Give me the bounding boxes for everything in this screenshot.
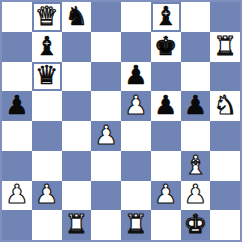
square-f7[interactable]: ♚ <box>151 32 181 62</box>
square-e4[interactable] <box>121 121 151 151</box>
square-h6[interactable] <box>210 62 240 92</box>
black-knight[interactable]: ♞ <box>65 3 88 29</box>
square-d2[interactable] <box>91 181 121 211</box>
square-g7[interactable] <box>181 32 211 62</box>
square-d3[interactable] <box>91 151 121 181</box>
square-g4[interactable] <box>181 121 211 151</box>
square-f2[interactable]: ♟ <box>151 181 181 211</box>
white-pawn[interactable]: ♟ <box>5 181 28 207</box>
square-a3[interactable] <box>2 151 32 181</box>
square-a4[interactable] <box>2 121 32 151</box>
square-h1[interactable] <box>210 210 240 240</box>
square-d7[interactable] <box>91 32 121 62</box>
square-c1[interactable]: ♜ <box>62 210 92 240</box>
black-pawn[interactable]: ♟ <box>154 92 177 118</box>
square-e2[interactable] <box>121 181 151 211</box>
square-a5[interactable]: ♟ <box>2 91 32 121</box>
square-e8[interactable] <box>121 2 151 32</box>
chess-board: ♛♞♝♝♚♜♛♟♟♟♟♟♞♟♝♟♟♟♟♜♜♚ <box>0 0 242 242</box>
square-b7[interactable]: ♝ <box>32 32 62 62</box>
black-bishop[interactable]: ♝ <box>35 33 58 59</box>
square-e5[interactable]: ♟ <box>121 91 151 121</box>
white-bishop[interactable]: ♝ <box>184 152 207 178</box>
square-d6[interactable] <box>91 62 121 92</box>
black-pawn[interactable]: ♟ <box>184 92 207 118</box>
square-b3[interactable] <box>32 151 62 181</box>
square-h4[interactable] <box>210 121 240 151</box>
square-g5[interactable]: ♟ <box>181 91 211 121</box>
square-b6[interactable]: ♛ <box>32 62 62 92</box>
square-d8[interactable] <box>91 2 121 32</box>
white-rook[interactable]: ♜ <box>213 33 236 59</box>
square-h2[interactable] <box>210 181 240 211</box>
square-h3[interactable] <box>210 151 240 181</box>
square-c2[interactable] <box>62 181 92 211</box>
black-pawn[interactable]: ♟ <box>5 92 28 118</box>
square-a7[interactable] <box>2 32 32 62</box>
white-queen[interactable]: ♛ <box>35 3 58 29</box>
square-a2[interactable]: ♟ <box>2 181 32 211</box>
white-knight[interactable]: ♞ <box>213 92 236 118</box>
square-f1[interactable] <box>151 210 181 240</box>
square-f6[interactable] <box>151 62 181 92</box>
square-c7[interactable] <box>62 32 92 62</box>
square-c4[interactable] <box>62 121 92 151</box>
square-f4[interactable] <box>151 121 181 151</box>
white-pawn[interactable]: ♟ <box>184 181 207 207</box>
square-a6[interactable] <box>2 62 32 92</box>
square-g1[interactable]: ♚ <box>181 210 211 240</box>
square-b4[interactable] <box>32 121 62 151</box>
square-g6[interactable] <box>181 62 211 92</box>
square-b2[interactable]: ♟ <box>32 181 62 211</box>
white-rook[interactable]: ♜ <box>124 211 147 237</box>
square-c6[interactable] <box>62 62 92 92</box>
square-e3[interactable] <box>121 151 151 181</box>
square-e6[interactable]: ♟ <box>121 62 151 92</box>
square-d5[interactable] <box>91 91 121 121</box>
square-b8[interactable]: ♛ <box>32 2 62 32</box>
square-h7[interactable]: ♜ <box>210 32 240 62</box>
white-pawn[interactable]: ♟ <box>154 181 177 207</box>
square-c5[interactable] <box>62 91 92 121</box>
square-b5[interactable] <box>32 91 62 121</box>
square-f8[interactable]: ♝ <box>151 2 181 32</box>
square-d4[interactable]: ♟ <box>91 121 121 151</box>
square-c8[interactable]: ♞ <box>62 2 92 32</box>
white-pawn[interactable]: ♟ <box>35 181 58 207</box>
black-pawn[interactable]: ♟ <box>124 62 147 88</box>
square-g2[interactable]: ♟ <box>181 181 211 211</box>
square-d1[interactable] <box>91 210 121 240</box>
white-pawn[interactable]: ♟ <box>94 122 117 148</box>
square-c3[interactable] <box>62 151 92 181</box>
square-e7[interactable] <box>121 32 151 62</box>
black-bishop[interactable]: ♝ <box>154 3 177 29</box>
square-f3[interactable] <box>151 151 181 181</box>
square-h5[interactable]: ♞ <box>210 91 240 121</box>
square-a1[interactable] <box>2 210 32 240</box>
square-a8[interactable] <box>2 2 32 32</box>
black-queen[interactable]: ♛ <box>35 62 58 88</box>
square-b1[interactable] <box>32 210 62 240</box>
square-e1[interactable]: ♜ <box>121 210 151 240</box>
square-g3[interactable]: ♝ <box>181 151 211 181</box>
square-h8[interactable] <box>210 2 240 32</box>
white-rook[interactable]: ♜ <box>65 211 88 237</box>
black-king[interactable]: ♚ <box>154 33 177 59</box>
white-pawn[interactable]: ♟ <box>124 92 147 118</box>
square-g8[interactable] <box>181 2 211 32</box>
white-king[interactable]: ♚ <box>184 211 207 237</box>
square-f5[interactable]: ♟ <box>151 91 181 121</box>
